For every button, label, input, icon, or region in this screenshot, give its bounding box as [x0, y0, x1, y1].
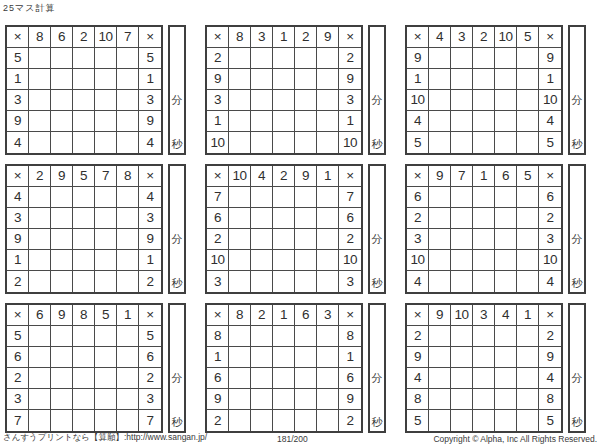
- answer-cell[interactable]: [51, 271, 73, 292]
- answer-cell[interactable]: [229, 347, 251, 368]
- time-record-box[interactable]: 分秒: [568, 25, 586, 155]
- left-header-cell: 4: [7, 132, 29, 153]
- answer-cell[interactable]: [429, 208, 451, 229]
- answer-cell[interactable]: [95, 326, 117, 347]
- left-header-cell: 9: [207, 69, 229, 90]
- minutes-label: 分: [572, 93, 583, 108]
- answer-cell[interactable]: [117, 326, 139, 347]
- operator-cell: ×: [139, 27, 161, 48]
- answer-cell[interactable]: [73, 132, 95, 153]
- answer-cell[interactable]: [95, 90, 117, 111]
- answer-cell[interactable]: [495, 111, 517, 132]
- answer-cell[interactable]: [473, 90, 495, 111]
- answer-cell[interactable]: [451, 132, 473, 153]
- left-header-cell: 1: [207, 347, 229, 368]
- answer-cell[interactable]: [451, 347, 473, 368]
- answer-cell[interactable]: [317, 368, 339, 389]
- top-header-cell: 9: [295, 166, 317, 187]
- operator-cell: ×: [539, 305, 561, 326]
- top-header-cell: 8: [229, 305, 251, 326]
- answer-cell[interactable]: [273, 229, 295, 250]
- answer-cell[interactable]: [29, 389, 51, 410]
- answer-cell[interactable]: [117, 132, 139, 153]
- operator-cell: ×: [407, 166, 429, 187]
- answer-cell[interactable]: [273, 111, 295, 132]
- answer-cell[interactable]: [317, 347, 339, 368]
- answer-cell[interactable]: [473, 250, 495, 271]
- top-header-cell: 3: [251, 27, 273, 48]
- right-header-cell: 5: [539, 132, 561, 153]
- answer-cell[interactable]: [117, 187, 139, 208]
- answer-cell[interactable]: [517, 326, 539, 347]
- answer-cell[interactable]: [295, 250, 317, 271]
- answer-cell[interactable]: [317, 250, 339, 271]
- answer-cell[interactable]: [495, 326, 517, 347]
- drill-block-6: ×97165×662233101044分秒: [405, 164, 586, 294]
- answer-cell[interactable]: [517, 389, 539, 410]
- multiplication-grid-3: ×432105×991110104455: [405, 25, 563, 155]
- answer-cell[interactable]: [251, 69, 273, 90]
- answer-cell[interactable]: [73, 90, 95, 111]
- left-header-cell: 3: [407, 229, 429, 250]
- answer-cell[interactable]: [295, 271, 317, 292]
- time-record-box[interactable]: 分秒: [568, 164, 586, 294]
- answer-cell[interactable]: [95, 48, 117, 69]
- top-header-cell: 8: [117, 166, 139, 187]
- time-record-box[interactable]: 分秒: [368, 164, 386, 294]
- answer-cell[interactable]: [317, 271, 339, 292]
- answer-cell[interactable]: [273, 90, 295, 111]
- multiplication-grid-9: ×910341×2299448855: [405, 303, 563, 433]
- answer-cell[interactable]: [295, 368, 317, 389]
- answer-cell[interactable]: [495, 132, 517, 153]
- answer-cell[interactable]: [451, 111, 473, 132]
- answer-cell[interactable]: [495, 229, 517, 250]
- answer-cell[interactable]: [429, 111, 451, 132]
- answer-cell[interactable]: [429, 368, 451, 389]
- answer-cell[interactable]: [73, 368, 95, 389]
- answer-cell[interactable]: [251, 48, 273, 69]
- answer-cell[interactable]: [517, 90, 539, 111]
- top-header-cell: 2: [295, 27, 317, 48]
- answer-cell[interactable]: [51, 326, 73, 347]
- answer-cell[interactable]: [229, 187, 251, 208]
- answer-cell[interactable]: [317, 229, 339, 250]
- answer-cell[interactable]: [273, 132, 295, 153]
- time-record-box[interactable]: 分秒: [368, 303, 386, 433]
- answer-cell[interactable]: [495, 69, 517, 90]
- answer-cell[interactable]: [473, 389, 495, 410]
- answer-cell[interactable]: [29, 90, 51, 111]
- answer-cell[interactable]: [273, 347, 295, 368]
- answer-cell[interactable]: [517, 368, 539, 389]
- answer-cell[interactable]: [295, 410, 317, 431]
- answer-cell[interactable]: [317, 132, 339, 153]
- answer-cell[interactable]: [117, 69, 139, 90]
- answer-cell[interactable]: [73, 389, 95, 410]
- answer-cell[interactable]: [117, 90, 139, 111]
- answer-cell[interactable]: [451, 389, 473, 410]
- answer-cell[interactable]: [229, 389, 251, 410]
- top-header-cell: 9: [429, 305, 451, 326]
- seconds-label: 秒: [572, 276, 583, 291]
- answer-cell[interactable]: [117, 208, 139, 229]
- answer-cell[interactable]: [73, 208, 95, 229]
- answer-cell[interactable]: [517, 250, 539, 271]
- right-header-cell: 8: [539, 389, 561, 410]
- answer-cell[interactable]: [273, 410, 295, 431]
- answer-cell[interactable]: [95, 368, 117, 389]
- answer-cell[interactable]: [429, 271, 451, 292]
- answer-cell[interactable]: [451, 410, 473, 431]
- answer-cell[interactable]: [117, 229, 139, 250]
- answer-cell[interactable]: [251, 229, 273, 250]
- answer-cell[interactable]: [451, 208, 473, 229]
- answer-cell[interactable]: [473, 229, 495, 250]
- answer-cell[interactable]: [295, 229, 317, 250]
- answer-cell[interactable]: [229, 132, 251, 153]
- answer-cell[interactable]: [229, 368, 251, 389]
- answer-cell[interactable]: [273, 250, 295, 271]
- answer-cell[interactable]: [29, 347, 51, 368]
- answer-cell[interactable]: [73, 48, 95, 69]
- answer-cell[interactable]: [317, 48, 339, 69]
- answer-cell[interactable]: [51, 187, 73, 208]
- answer-cell[interactable]: [473, 111, 495, 132]
- answer-cell[interactable]: [273, 69, 295, 90]
- answer-cell[interactable]: [451, 271, 473, 292]
- right-header-cell: 3: [339, 90, 361, 111]
- answer-cell[interactable]: [29, 229, 51, 250]
- answer-cell[interactable]: [273, 48, 295, 69]
- answer-cell[interactable]: [73, 410, 95, 431]
- answer-cell[interactable]: [473, 271, 495, 292]
- time-record-box[interactable]: 分秒: [168, 303, 186, 433]
- answer-cell[interactable]: [317, 187, 339, 208]
- answer-cell[interactable]: [95, 271, 117, 292]
- answer-cell[interactable]: [451, 48, 473, 69]
- right-header-cell: 9: [339, 69, 361, 90]
- answer-cell[interactable]: [29, 410, 51, 431]
- answer-cell[interactable]: [317, 389, 339, 410]
- answer-cell[interactable]: [451, 69, 473, 90]
- answer-cell[interactable]: [51, 347, 73, 368]
- answer-cell[interactable]: [117, 271, 139, 292]
- answer-cell[interactable]: [117, 111, 139, 132]
- right-header-cell: 10: [539, 250, 561, 271]
- answer-cell[interactable]: [495, 187, 517, 208]
- top-header-cell: 2: [473, 27, 495, 48]
- answer-cell[interactable]: [51, 208, 73, 229]
- answer-cell[interactable]: [273, 389, 295, 410]
- answer-cell[interactable]: [517, 271, 539, 292]
- left-header-cell: 2: [7, 368, 29, 389]
- right-header-cell: 10: [539, 90, 561, 111]
- answer-cell[interactable]: [95, 132, 117, 153]
- answer-cell[interactable]: [429, 90, 451, 111]
- answer-cell[interactable]: [251, 111, 273, 132]
- answer-cell[interactable]: [517, 132, 539, 153]
- left-header-cell: 9: [207, 389, 229, 410]
- answer-cell[interactable]: [273, 208, 295, 229]
- answer-cell[interactable]: [317, 69, 339, 90]
- answer-cell[interactable]: [229, 111, 251, 132]
- answer-cell[interactable]: [117, 368, 139, 389]
- answer-cell[interactable]: [73, 347, 95, 368]
- answer-cell[interactable]: [451, 90, 473, 111]
- answer-cell[interactable]: [429, 250, 451, 271]
- worksheet-page: 25マス計算 ×862107×5511339944分秒×83129×229933…: [0, 0, 600, 446]
- answer-cell[interactable]: [29, 69, 51, 90]
- answer-cell[interactable]: [51, 410, 73, 431]
- answer-cell[interactable]: [95, 347, 117, 368]
- answer-cell[interactable]: [229, 410, 251, 431]
- left-header-cell: 10: [407, 90, 429, 111]
- time-record-box[interactable]: 分秒: [368, 25, 386, 155]
- answer-cell[interactable]: [295, 389, 317, 410]
- minutes-label: 分: [172, 232, 183, 247]
- right-header-cell: 4: [539, 111, 561, 132]
- operator-cell: ×: [407, 27, 429, 48]
- answer-cell[interactable]: [95, 250, 117, 271]
- top-header-cell: 9: [317, 27, 339, 48]
- answer-cell[interactable]: [95, 69, 117, 90]
- answer-cell[interactable]: [29, 250, 51, 271]
- answer-cell[interactable]: [451, 368, 473, 389]
- answer-cell[interactable]: [451, 187, 473, 208]
- answer-cell[interactable]: [229, 326, 251, 347]
- answer-cell[interactable]: [251, 187, 273, 208]
- answer-cell[interactable]: [429, 187, 451, 208]
- answer-cell[interactable]: [295, 69, 317, 90]
- answer-cell[interactable]: [117, 389, 139, 410]
- answer-cell[interactable]: [251, 410, 273, 431]
- answer-cell[interactable]: [517, 187, 539, 208]
- answer-cell[interactable]: [295, 111, 317, 132]
- answer-cell[interactable]: [73, 250, 95, 271]
- answer-cell[interactable]: [451, 250, 473, 271]
- answer-cell[interactable]: [429, 389, 451, 410]
- answer-cell[interactable]: [429, 132, 451, 153]
- answer-cell[interactable]: [429, 229, 451, 250]
- answer-cell[interactable]: [517, 229, 539, 250]
- top-header-cell: 2: [29, 166, 51, 187]
- right-header-cell: 2: [539, 208, 561, 229]
- answer-cell[interactable]: [495, 410, 517, 431]
- right-header-cell: 2: [339, 48, 361, 69]
- answer-cell[interactable]: [29, 326, 51, 347]
- answer-cell[interactable]: [473, 187, 495, 208]
- answer-cell[interactable]: [429, 69, 451, 90]
- time-record-box[interactable]: 分秒: [568, 303, 586, 433]
- left-header-cell: 8: [407, 389, 429, 410]
- answer-cell[interactable]: [95, 111, 117, 132]
- answer-cell[interactable]: [495, 250, 517, 271]
- answer-cell[interactable]: [51, 69, 73, 90]
- top-header-cell: 10: [229, 166, 251, 187]
- answer-cell[interactable]: [73, 111, 95, 132]
- answer-cell[interactable]: [317, 410, 339, 431]
- answer-cell[interactable]: [95, 410, 117, 431]
- minutes-label: 分: [172, 93, 183, 108]
- answer-cell[interactable]: [29, 187, 51, 208]
- right-header-cell: 4: [539, 368, 561, 389]
- answer-cell[interactable]: [295, 48, 317, 69]
- answer-cell[interactable]: [51, 389, 73, 410]
- right-header-cell: 4: [139, 187, 161, 208]
- answer-cell[interactable]: [429, 48, 451, 69]
- answer-cell[interactable]: [251, 208, 273, 229]
- answer-cell[interactable]: [51, 250, 73, 271]
- answer-cell[interactable]: [317, 208, 339, 229]
- left-header-cell: 5: [407, 132, 429, 153]
- answer-cell[interactable]: [229, 208, 251, 229]
- answer-cell[interactable]: [273, 187, 295, 208]
- answer-cell[interactable]: [73, 326, 95, 347]
- multiplication-grid-6: ×97165×662233101044: [405, 164, 563, 294]
- answer-cell[interactable]: [517, 111, 539, 132]
- answer-cell[interactable]: [229, 90, 251, 111]
- answer-cell[interactable]: [295, 90, 317, 111]
- answer-cell[interactable]: [517, 347, 539, 368]
- right-header-cell: 9: [539, 48, 561, 69]
- answer-cell[interactable]: [429, 410, 451, 431]
- answer-cell[interactable]: [495, 389, 517, 410]
- left-header-cell: 1: [7, 69, 29, 90]
- answer-cell[interactable]: [51, 132, 73, 153]
- answer-cell[interactable]: [495, 48, 517, 69]
- answer-cell[interactable]: [295, 347, 317, 368]
- answer-cell[interactable]: [117, 48, 139, 69]
- answer-cell[interactable]: [29, 48, 51, 69]
- answer-cell[interactable]: [273, 271, 295, 292]
- answer-cell[interactable]: [229, 48, 251, 69]
- answer-cell[interactable]: [251, 132, 273, 153]
- top-header-cell: 4: [251, 166, 273, 187]
- left-header-cell: 2: [207, 229, 229, 250]
- answer-cell[interactable]: [251, 250, 273, 271]
- answer-cell[interactable]: [51, 111, 73, 132]
- drill-block-2: ×83129×229933111010分秒: [205, 25, 386, 155]
- answer-cell[interactable]: [251, 347, 273, 368]
- answer-cell[interactable]: [473, 208, 495, 229]
- answer-cell[interactable]: [495, 90, 517, 111]
- answer-cell[interactable]: [229, 69, 251, 90]
- seconds-label: 秒: [172, 137, 183, 152]
- answer-cell[interactable]: [495, 208, 517, 229]
- answer-cell[interactable]: [29, 271, 51, 292]
- answer-cell[interactable]: [429, 347, 451, 368]
- answer-cell[interactable]: [473, 69, 495, 90]
- answer-cell[interactable]: [95, 208, 117, 229]
- answer-cell[interactable]: [295, 208, 317, 229]
- drill-block-3: ×432105×991110104455分秒: [405, 25, 586, 155]
- answer-cell[interactable]: [73, 271, 95, 292]
- right-header-cell: 5: [539, 410, 561, 431]
- answer-cell[interactable]: [451, 229, 473, 250]
- answer-cell[interactable]: [51, 48, 73, 69]
- answer-cell[interactable]: [251, 389, 273, 410]
- answer-cell[interactable]: [251, 271, 273, 292]
- left-header-cell: 3: [207, 271, 229, 292]
- answer-cell[interactable]: [95, 389, 117, 410]
- answer-cell[interactable]: [95, 187, 117, 208]
- top-header-cell: 3: [451, 27, 473, 48]
- answer-cell[interactable]: [295, 132, 317, 153]
- answer-cell[interactable]: [317, 90, 339, 111]
- answer-cell[interactable]: [29, 111, 51, 132]
- answer-cell[interactable]: [73, 229, 95, 250]
- answer-cell[interactable]: [473, 48, 495, 69]
- time-record-box[interactable]: 分秒: [168, 25, 186, 155]
- answer-cell[interactable]: [517, 48, 539, 69]
- answer-cell[interactable]: [51, 368, 73, 389]
- right-header-cell: 2: [139, 271, 161, 292]
- answer-cell[interactable]: [229, 271, 251, 292]
- answer-cell[interactable]: [495, 368, 517, 389]
- left-header-cell: 4: [407, 271, 429, 292]
- answer-cell[interactable]: [317, 111, 339, 132]
- operator-cell: ×: [407, 305, 429, 326]
- answer-cell[interactable]: [517, 410, 539, 431]
- answer-cell[interactable]: [473, 368, 495, 389]
- time-record-box[interactable]: 分秒: [168, 164, 186, 294]
- right-header-cell: 6: [339, 368, 361, 389]
- answer-cell[interactable]: [473, 326, 495, 347]
- footer-site-link: さんすうプリントなら【算願】:http://www.sangan.jp/: [3, 432, 207, 444]
- left-header-cell: 2: [207, 48, 229, 69]
- answer-cell[interactable]: [29, 132, 51, 153]
- answer-cell[interactable]: [29, 208, 51, 229]
- answer-cell[interactable]: [451, 326, 473, 347]
- answer-cell[interactable]: [295, 187, 317, 208]
- top-header-cell: 1: [473, 166, 495, 187]
- answer-cell[interactable]: [473, 410, 495, 431]
- answer-cell[interactable]: [317, 326, 339, 347]
- answer-cell[interactable]: [429, 326, 451, 347]
- answer-cell[interactable]: [517, 208, 539, 229]
- answer-cell[interactable]: [117, 250, 139, 271]
- answer-cell[interactable]: [517, 69, 539, 90]
- answer-cell[interactable]: [73, 69, 95, 90]
- answer-cell[interactable]: [73, 187, 95, 208]
- answer-cell[interactable]: [251, 326, 273, 347]
- answer-cell[interactable]: [273, 368, 295, 389]
- answer-cell[interactable]: [473, 347, 495, 368]
- answer-cell[interactable]: [251, 90, 273, 111]
- answer-cell[interactable]: [117, 347, 139, 368]
- answer-cell[interactable]: [29, 368, 51, 389]
- answer-cell[interactable]: [295, 326, 317, 347]
- answer-cell[interactable]: [495, 271, 517, 292]
- answer-cell[interactable]: [95, 229, 117, 250]
- answer-cell[interactable]: [273, 326, 295, 347]
- operator-cell: ×: [7, 305, 29, 326]
- answer-cell[interactable]: [51, 229, 73, 250]
- right-header-cell: 3: [139, 90, 161, 111]
- answer-cell[interactable]: [473, 132, 495, 153]
- right-header-cell: 2: [139, 368, 161, 389]
- operator-cell: ×: [139, 166, 161, 187]
- answer-cell[interactable]: [117, 410, 139, 431]
- answer-cell[interactable]: [251, 368, 273, 389]
- right-header-cell: 1: [539, 69, 561, 90]
- answer-cell[interactable]: [229, 229, 251, 250]
- answer-cell[interactable]: [229, 250, 251, 271]
- answer-cell[interactable]: [495, 347, 517, 368]
- right-header-cell: 7: [339, 187, 361, 208]
- answer-cell[interactable]: [51, 90, 73, 111]
